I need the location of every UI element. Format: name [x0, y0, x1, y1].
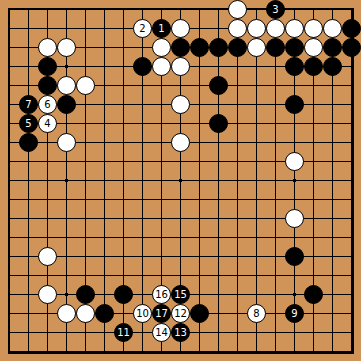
stone-black[interactable]	[38, 57, 57, 76]
stone-black[interactable]	[171, 38, 190, 57]
stone-white[interactable]	[38, 247, 57, 266]
stone-white[interactable]	[304, 19, 323, 38]
stone-white[interactable]	[304, 38, 323, 57]
stone-white[interactable]	[57, 76, 76, 95]
stone-black[interactable]	[323, 57, 342, 76]
stone-black[interactable]	[114, 285, 133, 304]
stone-white[interactable]	[171, 19, 190, 38]
stone-black[interactable]	[304, 285, 323, 304]
stone-black-move-17[interactable]: 17	[152, 304, 171, 323]
stone-white[interactable]	[228, 19, 247, 38]
stone-white[interactable]	[285, 19, 304, 38]
stone-white[interactable]	[323, 19, 342, 38]
stone-white[interactable]	[247, 19, 266, 38]
stone-white[interactable]	[171, 133, 190, 152]
stone-black-move-15[interactable]: 15	[171, 285, 190, 304]
stone-white[interactable]	[228, 0, 247, 19]
stone-white[interactable]	[285, 209, 304, 228]
star-point	[292, 178, 296, 182]
stone-black[interactable]	[323, 38, 342, 57]
star-point	[64, 64, 68, 68]
stone-black[interactable]	[95, 304, 114, 323]
stone-black-move-7[interactable]: 7	[19, 95, 38, 114]
stone-white[interactable]	[266, 19, 285, 38]
stone-white-move-2[interactable]: 2	[133, 19, 152, 38]
star-point	[292, 292, 296, 296]
stone-black-move-3[interactable]: 3	[266, 0, 285, 19]
stone-black[interactable]	[190, 304, 209, 323]
star-point	[64, 292, 68, 296]
stone-white[interactable]	[285, 152, 304, 171]
stone-black[interactable]	[209, 38, 228, 57]
stone-black[interactable]	[285, 95, 304, 114]
stone-white-move-10[interactable]: 10	[133, 304, 152, 323]
stone-black[interactable]	[342, 38, 361, 57]
stone-white[interactable]	[57, 133, 76, 152]
stone-black[interactable]	[285, 38, 304, 57]
stone-black[interactable]	[209, 76, 228, 95]
stone-black[interactable]	[228, 38, 247, 57]
stone-white[interactable]	[38, 285, 57, 304]
stone-white-move-4[interactable]: 4	[38, 114, 57, 133]
stone-black[interactable]	[76, 285, 95, 304]
stone-black-move-9[interactable]: 9	[285, 304, 304, 323]
stone-black[interactable]	[304, 57, 323, 76]
stone-black[interactable]	[342, 19, 361, 38]
stone-black-move-13[interactable]: 13	[171, 323, 190, 342]
stone-white-move-8[interactable]: 8	[247, 304, 266, 323]
stone-black[interactable]	[285, 57, 304, 76]
stone-white[interactable]	[171, 57, 190, 76]
stone-black[interactable]	[190, 38, 209, 57]
star-point	[178, 178, 182, 182]
stone-black-move-11[interactable]: 11	[114, 323, 133, 342]
stone-white[interactable]	[171, 95, 190, 114]
stone-white-move-16[interactable]: 16	[152, 285, 171, 304]
stone-black[interactable]	[133, 57, 152, 76]
stone-white[interactable]	[152, 57, 171, 76]
stone-white[interactable]	[57, 304, 76, 323]
stone-black[interactable]	[209, 114, 228, 133]
stone-black[interactable]	[38, 76, 57, 95]
stone-white[interactable]	[76, 76, 95, 95]
go-board[interactable]: 3217654161510171289111413	[0, 0, 361, 361]
stone-white[interactable]	[247, 38, 266, 57]
stone-white-move-14[interactable]: 14	[152, 323, 171, 342]
star-point	[64, 178, 68, 182]
stone-white[interactable]	[38, 38, 57, 57]
stone-white-move-6[interactable]: 6	[38, 95, 57, 114]
stone-white[interactable]	[76, 304, 95, 323]
stone-black[interactable]	[285, 247, 304, 266]
stone-black-move-5[interactable]: 5	[19, 114, 38, 133]
stone-white-move-12[interactable]: 12	[171, 304, 190, 323]
stone-white[interactable]	[57, 38, 76, 57]
stone-black[interactable]	[57, 95, 76, 114]
stone-black[interactable]	[19, 133, 38, 152]
stone-white[interactable]	[152, 38, 171, 57]
stone-black-move-1[interactable]: 1	[152, 19, 171, 38]
stone-black[interactable]	[266, 38, 285, 57]
